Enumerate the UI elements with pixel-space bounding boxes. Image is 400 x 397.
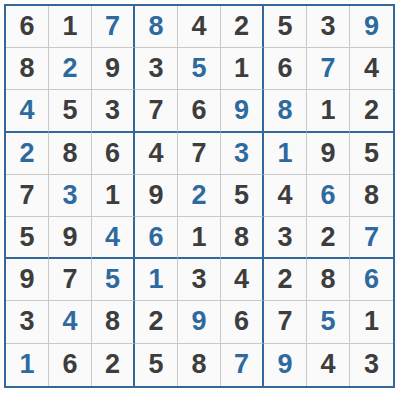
cell-r8c2[interactable]: 4 [49,301,92,343]
cell-r4c8[interactable]: 9 [307,133,350,175]
cell-r3c4[interactable]: 7 [135,90,178,132]
cell-r1c7[interactable]: 5 [264,6,307,48]
cell-r3c3[interactable]: 3 [92,90,135,132]
cell-r3c2[interactable]: 5 [49,90,92,132]
cell-r7c9[interactable]: 6 [350,259,393,301]
cell-r8c7[interactable]: 7 [264,301,307,343]
cell-r2c8[interactable]: 7 [307,48,350,90]
cell-r9c5[interactable]: 8 [178,344,221,386]
cell-r2c1[interactable]: 8 [6,48,49,90]
cell-r4c5[interactable]: 7 [178,133,221,175]
cell-r4c9[interactable]: 5 [350,133,393,175]
cell-r2c9[interactable]: 4 [350,48,393,90]
cell-r6c8[interactable]: 2 [307,217,350,259]
cell-r4c6[interactable]: 3 [221,133,264,175]
cell-r8c9[interactable]: 1 [350,301,393,343]
cell-r1c9[interactable]: 9 [350,6,393,48]
cell-r1c6[interactable]: 2 [221,6,264,48]
cell-r3c5[interactable]: 6 [178,90,221,132]
cell-r7c7[interactable]: 2 [264,259,307,301]
cell-r4c3[interactable]: 6 [92,133,135,175]
cell-r1c2[interactable]: 1 [49,6,92,48]
cell-r9c7[interactable]: 9 [264,344,307,386]
cell-r5c4[interactable]: 9 [135,175,178,217]
cell-r9c2[interactable]: 6 [49,344,92,386]
cell-r9c1[interactable]: 1 [6,344,49,386]
cell-r5c5[interactable]: 2 [178,175,221,217]
cell-r1c5[interactable]: 4 [178,6,221,48]
cell-r7c8[interactable]: 8 [307,259,350,301]
cell-r7c3[interactable]: 5 [92,259,135,301]
cell-r7c1[interactable]: 9 [6,259,49,301]
cell-r5c1[interactable]: 7 [6,175,49,217]
cell-r6c9[interactable]: 7 [350,217,393,259]
cell-r3c6[interactable]: 9 [221,90,264,132]
cell-r5c3[interactable]: 1 [92,175,135,217]
cell-r1c3[interactable]: 7 [92,6,135,48]
cell-r9c9[interactable]: 3 [350,344,393,386]
cell-r2c6[interactable]: 1 [221,48,264,90]
cell-r2c3[interactable]: 9 [92,48,135,90]
cell-r9c3[interactable]: 2 [92,344,135,386]
cell-r2c2[interactable]: 2 [49,48,92,90]
cell-r9c6[interactable]: 7 [221,344,264,386]
cell-r6c4[interactable]: 6 [135,217,178,259]
cell-r7c6[interactable]: 4 [221,259,264,301]
cell-r5c2[interactable]: 3 [49,175,92,217]
cell-r4c7[interactable]: 1 [264,133,307,175]
cell-r6c3[interactable]: 4 [92,217,135,259]
cell-r9c8[interactable]: 4 [307,344,350,386]
cell-r8c1[interactable]: 3 [6,301,49,343]
cell-r1c4[interactable]: 8 [135,6,178,48]
cell-r3c1[interactable]: 4 [6,90,49,132]
sudoku-board: 6178425398293516744537698122864731957319… [4,4,395,388]
cell-r8c3[interactable]: 8 [92,301,135,343]
cell-r1c1[interactable]: 6 [6,6,49,48]
cell-r8c8[interactable]: 5 [307,301,350,343]
sudoku-board-container: 6178425398293516744537698122864731957319… [4,4,395,388]
cell-r8c5[interactable]: 9 [178,301,221,343]
cell-r4c2[interactable]: 8 [49,133,92,175]
cell-r5c8[interactable]: 6 [307,175,350,217]
cell-r8c6[interactable]: 6 [221,301,264,343]
cell-r5c6[interactable]: 5 [221,175,264,217]
cell-r1c8[interactable]: 3 [307,6,350,48]
cell-r7c2[interactable]: 7 [49,259,92,301]
cell-r5c9[interactable]: 8 [350,175,393,217]
cell-r3c8[interactable]: 1 [307,90,350,132]
cell-r9c4[interactable]: 5 [135,344,178,386]
cell-r5c7[interactable]: 4 [264,175,307,217]
cell-r6c6[interactable]: 8 [221,217,264,259]
cell-r3c9[interactable]: 2 [350,90,393,132]
cell-r6c2[interactable]: 9 [49,217,92,259]
cell-r2c5[interactable]: 5 [178,48,221,90]
cell-r3c7[interactable]: 8 [264,90,307,132]
cell-r4c1[interactable]: 2 [6,133,49,175]
cell-r2c4[interactable]: 3 [135,48,178,90]
cell-r4c4[interactable]: 4 [135,133,178,175]
cell-r7c5[interactable]: 3 [178,259,221,301]
cell-r6c1[interactable]: 5 [6,217,49,259]
cell-r2c7[interactable]: 6 [264,48,307,90]
cell-r7c4[interactable]: 1 [135,259,178,301]
cell-r8c4[interactable]: 2 [135,301,178,343]
cell-r6c7[interactable]: 3 [264,217,307,259]
cell-r6c5[interactable]: 1 [178,217,221,259]
